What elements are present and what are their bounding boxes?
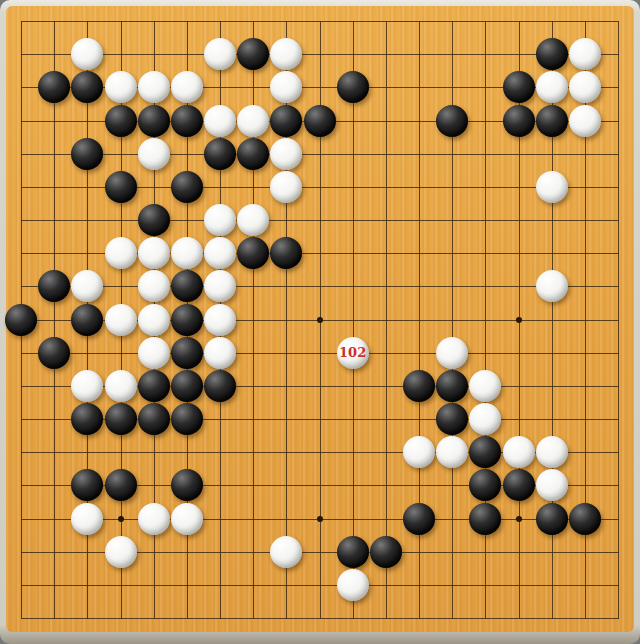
- white-stone[interactable]: [138, 270, 170, 302]
- white-stone[interactable]: [403, 436, 435, 468]
- black-stone[interactable]: [171, 469, 203, 501]
- white-stone[interactable]: [469, 403, 501, 435]
- black-stone[interactable]: [436, 403, 468, 435]
- white-stone[interactable]: [204, 38, 236, 70]
- black-stone[interactable]: [403, 503, 435, 535]
- white-stone[interactable]: [204, 337, 236, 369]
- star-point: [516, 317, 522, 323]
- star-point: [118, 516, 124, 522]
- white-stone[interactable]: [436, 436, 468, 468]
- white-stone[interactable]: [138, 138, 170, 170]
- white-stone[interactable]: [105, 71, 137, 103]
- black-stone[interactable]: [105, 171, 137, 203]
- white-stone[interactable]: [436, 337, 468, 369]
- go-diagram: 102: [0, 0, 640, 644]
- black-stone[interactable]: [370, 536, 402, 568]
- black-stone[interactable]: [569, 503, 601, 535]
- black-stone[interactable]: [171, 105, 203, 137]
- white-stone[interactable]: [270, 138, 302, 170]
- black-stone[interactable]: [138, 204, 170, 236]
- black-stone[interactable]: [71, 304, 103, 336]
- black-stone[interactable]: [138, 403, 170, 435]
- white-stone[interactable]: [71, 503, 103, 535]
- white-stone[interactable]: [536, 71, 568, 103]
- black-stone[interactable]: [171, 304, 203, 336]
- black-stone[interactable]: [536, 38, 568, 70]
- white-stone[interactable]: [138, 304, 170, 336]
- black-stone[interactable]: [237, 38, 269, 70]
- move-number-label: 102: [339, 346, 366, 359]
- white-stone[interactable]: [204, 270, 236, 302]
- white-stone[interactable]: [569, 71, 601, 103]
- black-stone[interactable]: [469, 436, 501, 468]
- grid-horizontal-line: [21, 353, 619, 354]
- star-point: [317, 317, 323, 323]
- black-stone[interactable]: [503, 105, 535, 137]
- white-stone[interactable]: [270, 536, 302, 568]
- white-stone[interactable]: [71, 270, 103, 302]
- white-stone[interactable]: [237, 105, 269, 137]
- star-point: [317, 516, 323, 522]
- black-stone[interactable]: [138, 370, 170, 402]
- white-stone[interactable]: [105, 304, 137, 336]
- white-stone[interactable]: [204, 204, 236, 236]
- white-stone[interactable]: [270, 38, 302, 70]
- grid-vertical-line: [386, 21, 387, 619]
- white-stone[interactable]: [105, 536, 137, 568]
- white-stone[interactable]: [569, 105, 601, 137]
- black-stone[interactable]: [237, 138, 269, 170]
- white-stone[interactable]: [138, 337, 170, 369]
- black-stone[interactable]: [171, 337, 203, 369]
- white-stone[interactable]: [138, 503, 170, 535]
- black-stone[interactable]: [171, 171, 203, 203]
- go-board-frame: 102: [0, 0, 640, 644]
- white-stone[interactable]: [105, 237, 137, 269]
- marked-move-stone[interactable]: 102: [337, 337, 369, 369]
- black-stone[interactable]: [105, 469, 137, 501]
- go-board[interactable]: 102: [6, 6, 634, 632]
- black-stone[interactable]: [403, 370, 435, 402]
- black-stone[interactable]: [171, 370, 203, 402]
- black-stone[interactable]: [536, 503, 568, 535]
- black-stone[interactable]: [105, 403, 137, 435]
- white-stone[interactable]: [270, 71, 302, 103]
- grid-vertical-line: [353, 21, 354, 619]
- black-stone[interactable]: [38, 337, 70, 369]
- white-stone[interactable]: [270, 171, 302, 203]
- white-stone[interactable]: [237, 204, 269, 236]
- black-stone[interactable]: [503, 71, 535, 103]
- white-stone[interactable]: [536, 436, 568, 468]
- grid-vertical-line: [618, 21, 619, 619]
- white-stone[interactable]: [138, 71, 170, 103]
- white-stone[interactable]: [204, 237, 236, 269]
- black-stone[interactable]: [105, 105, 137, 137]
- black-stone[interactable]: [304, 105, 336, 137]
- black-stone[interactable]: [71, 469, 103, 501]
- black-stone[interactable]: [5, 304, 37, 336]
- black-stone[interactable]: [337, 71, 369, 103]
- black-stone[interactable]: [204, 138, 236, 170]
- black-stone[interactable]: [138, 105, 170, 137]
- black-stone[interactable]: [469, 469, 501, 501]
- black-stone[interactable]: [469, 503, 501, 535]
- star-point: [516, 516, 522, 522]
- white-stone[interactable]: [204, 304, 236, 336]
- white-stone[interactable]: [71, 38, 103, 70]
- black-stone[interactable]: [337, 536, 369, 568]
- black-stone[interactable]: [237, 237, 269, 269]
- black-stone[interactable]: [270, 105, 302, 137]
- grid-horizontal-line: [21, 585, 619, 586]
- white-stone[interactable]: [171, 71, 203, 103]
- black-stone[interactable]: [38, 71, 70, 103]
- white-stone[interactable]: [337, 569, 369, 601]
- black-stone[interactable]: [536, 105, 568, 137]
- grid-horizontal-line: [21, 618, 619, 619]
- white-stone[interactable]: [204, 105, 236, 137]
- white-stone[interactable]: [138, 237, 170, 269]
- black-stone[interactable]: [436, 370, 468, 402]
- black-stone[interactable]: [38, 270, 70, 302]
- black-stone[interactable]: [71, 403, 103, 435]
- white-stone[interactable]: [71, 370, 103, 402]
- white-stone[interactable]: [105, 370, 137, 402]
- black-stone[interactable]: [71, 138, 103, 170]
- black-stone[interactable]: [171, 270, 203, 302]
- white-stone[interactable]: [536, 171, 568, 203]
- white-stone[interactable]: [171, 237, 203, 269]
- black-stone[interactable]: [204, 370, 236, 402]
- white-stone[interactable]: [536, 469, 568, 501]
- black-stone[interactable]: [171, 403, 203, 435]
- black-stone[interactable]: [270, 237, 302, 269]
- white-stone[interactable]: [503, 436, 535, 468]
- black-stone[interactable]: [71, 71, 103, 103]
- white-stone[interactable]: [536, 270, 568, 302]
- black-stone[interactable]: [436, 105, 468, 137]
- black-stone[interactable]: [503, 469, 535, 501]
- white-stone[interactable]: [569, 38, 601, 70]
- white-stone[interactable]: [469, 370, 501, 402]
- white-stone[interactable]: [171, 503, 203, 535]
